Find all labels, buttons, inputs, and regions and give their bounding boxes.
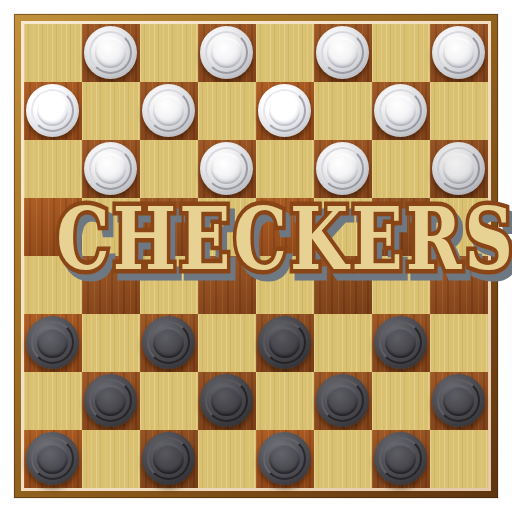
board-square[interactable] xyxy=(82,314,140,372)
checker-piece-white[interactable] xyxy=(200,142,253,195)
board-square[interactable] xyxy=(430,372,488,430)
board-square[interactable] xyxy=(24,198,82,256)
board-square[interactable] xyxy=(372,430,430,488)
board-square[interactable] xyxy=(82,82,140,140)
checker-piece-black[interactable] xyxy=(142,316,195,369)
checker-piece-black[interactable] xyxy=(258,316,311,369)
board-square[interactable] xyxy=(24,140,82,198)
board-square[interactable] xyxy=(198,198,256,256)
checker-piece-white[interactable] xyxy=(84,26,137,79)
checker-piece-white[interactable] xyxy=(258,84,311,137)
checker-piece-black[interactable] xyxy=(142,432,195,485)
board-square[interactable] xyxy=(256,140,314,198)
checker-piece-white[interactable] xyxy=(26,84,79,137)
board-square[interactable] xyxy=(372,198,430,256)
checker-piece-black[interactable] xyxy=(432,374,485,427)
board-square[interactable] xyxy=(140,140,198,198)
checkers-board xyxy=(24,24,488,488)
checker-piece-white[interactable] xyxy=(432,142,485,195)
board-square[interactable] xyxy=(82,256,140,314)
board-square[interactable] xyxy=(198,140,256,198)
board-square[interactable] xyxy=(140,198,198,256)
checker-piece-black[interactable] xyxy=(26,316,79,369)
board-frame xyxy=(14,14,498,498)
board-square[interactable] xyxy=(198,256,256,314)
checker-piece-white[interactable] xyxy=(84,142,137,195)
board-square[interactable] xyxy=(198,24,256,82)
board-square[interactable] xyxy=(256,256,314,314)
board-square[interactable] xyxy=(372,82,430,140)
board-square[interactable] xyxy=(140,82,198,140)
board-square[interactable] xyxy=(140,372,198,430)
board-square[interactable] xyxy=(82,24,140,82)
board-square[interactable] xyxy=(256,430,314,488)
board-square[interactable] xyxy=(430,198,488,256)
board-square[interactable] xyxy=(256,24,314,82)
board-square[interactable] xyxy=(256,82,314,140)
board-square[interactable] xyxy=(24,314,82,372)
board-square[interactable] xyxy=(256,314,314,372)
board-square[interactable] xyxy=(140,430,198,488)
board-square[interactable] xyxy=(82,430,140,488)
board-square[interactable] xyxy=(82,198,140,256)
board-square[interactable] xyxy=(24,256,82,314)
board-square[interactable] xyxy=(140,256,198,314)
checker-piece-white[interactable] xyxy=(142,84,195,137)
board-square[interactable] xyxy=(24,430,82,488)
board-square[interactable] xyxy=(198,430,256,488)
checker-piece-black[interactable] xyxy=(374,316,427,369)
board-square[interactable] xyxy=(24,24,82,82)
board-square[interactable] xyxy=(372,24,430,82)
checker-piece-black[interactable] xyxy=(84,374,137,427)
board-square[interactable] xyxy=(82,140,140,198)
board-square[interactable] xyxy=(314,256,372,314)
checker-piece-black[interactable] xyxy=(374,432,427,485)
board-square[interactable] xyxy=(198,314,256,372)
board-square[interactable] xyxy=(82,372,140,430)
checker-piece-black[interactable] xyxy=(200,374,253,427)
board-inner-border xyxy=(21,21,491,491)
checker-piece-white[interactable] xyxy=(316,26,369,79)
board-square[interactable] xyxy=(24,82,82,140)
checker-piece-black[interactable] xyxy=(26,432,79,485)
board-square[interactable] xyxy=(372,256,430,314)
board-square[interactable] xyxy=(24,372,82,430)
board-square[interactable] xyxy=(198,82,256,140)
checker-piece-white[interactable] xyxy=(432,26,485,79)
board-square[interactable] xyxy=(430,24,488,82)
board-square[interactable] xyxy=(314,314,372,372)
checker-piece-white[interactable] xyxy=(316,142,369,195)
board-square[interactable] xyxy=(430,314,488,372)
checker-piece-white[interactable] xyxy=(200,26,253,79)
board-square[interactable] xyxy=(430,256,488,314)
board-square[interactable] xyxy=(140,314,198,372)
checker-piece-white[interactable] xyxy=(374,84,427,137)
board-square[interactable] xyxy=(430,82,488,140)
board-square[interactable] xyxy=(314,82,372,140)
board-square[interactable] xyxy=(256,198,314,256)
board-square[interactable] xyxy=(372,372,430,430)
board-square[interactable] xyxy=(198,372,256,430)
board-square[interactable] xyxy=(256,372,314,430)
board-square[interactable] xyxy=(314,372,372,430)
board-square[interactable] xyxy=(314,24,372,82)
board-square[interactable] xyxy=(314,198,372,256)
board-square[interactable] xyxy=(140,24,198,82)
board-square[interactable] xyxy=(430,430,488,488)
board-square[interactable] xyxy=(430,140,488,198)
board-square[interactable] xyxy=(372,314,430,372)
checker-piece-black[interactable] xyxy=(316,374,369,427)
board-square[interactable] xyxy=(372,140,430,198)
checker-piece-black[interactable] xyxy=(258,432,311,485)
board-square[interactable] xyxy=(314,140,372,198)
board-square[interactable] xyxy=(314,430,372,488)
app-background: CHECKERS CHECKERS CHECKERS xyxy=(0,0,512,512)
